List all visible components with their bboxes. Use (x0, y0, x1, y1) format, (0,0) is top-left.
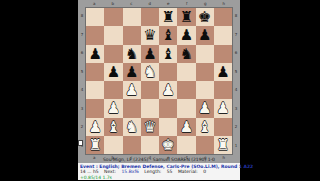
material-label: Material: (178, 169, 198, 174)
last-move: 14 ... h5 (80, 169, 99, 174)
file-label-f: f (178, 2, 197, 6)
square-c5[interactable]: ♟ (123, 63, 141, 81)
game-info-box: Event : English; Bremen Defense, Carls-P… (78, 163, 240, 180)
square-d5[interactable]: ♞ (141, 63, 159, 81)
square-e8[interactable]: ♜ (159, 8, 177, 26)
square-f1[interactable] (177, 136, 195, 154)
square-b7[interactable] (104, 26, 122, 44)
square-e2[interactable] (159, 118, 177, 136)
white-to-move-indicator (78, 140, 83, 146)
black-king-g8[interactable]: ♚ (196, 8, 214, 26)
rank-label-3: 3 (233, 107, 239, 111)
square-b8[interactable] (104, 8, 122, 26)
white-bishop-b2[interactable]: ♝ (104, 118, 122, 136)
white-knight-d5[interactable]: ♞ (141, 63, 159, 81)
white-pawn-h3[interactable]: ♟ (214, 99, 232, 117)
black-pawn-h5[interactable]: ♟ (214, 63, 232, 81)
square-c2[interactable]: ♞ (123, 118, 141, 136)
pillarbox-right (240, 0, 320, 180)
material-value: 0 (203, 169, 206, 174)
square-c6[interactable]: ♞ (123, 45, 141, 63)
square-d8[interactable] (141, 8, 159, 26)
square-e4[interactable]: ♟ (159, 81, 177, 99)
black-bishop-e6[interactable]: ♝ (159, 45, 177, 63)
black-knight-f6[interactable]: ♞ (177, 45, 195, 63)
white-bishop-g2[interactable]: ♝ (196, 118, 214, 136)
square-b3[interactable]: ♟ (104, 99, 122, 117)
file-labels-top: abcdefgh (85, 2, 233, 6)
square-g4[interactable] (196, 81, 214, 99)
square-e1[interactable]: ♚ (159, 136, 177, 154)
square-d4[interactable] (141, 81, 159, 99)
square-h6[interactable] (214, 45, 232, 63)
square-d2[interactable]: ♛ (141, 118, 159, 136)
white-pawn-a2[interactable]: ♟ (86, 118, 104, 136)
board-panel: abcdefgh abcdefgh 87654321 87654321 ♜♜♚♛… (78, 0, 240, 163)
square-c4[interactable]: ♟ (123, 81, 141, 99)
white-rook-h1[interactable]: ♜ (214, 136, 232, 154)
square-f3[interactable] (177, 99, 195, 117)
square-d6[interactable]: ♟ (141, 45, 159, 63)
white-rook-a1[interactable]: ♜ (86, 136, 104, 154)
square-a1[interactable]: ♜ (86, 136, 104, 154)
square-h2[interactable] (214, 118, 232, 136)
black-pawn-g7[interactable]: ♟ (196, 26, 214, 44)
square-c1[interactable] (123, 136, 141, 154)
square-g5[interactable] (196, 63, 214, 81)
square-b2[interactable]: ♝ (104, 118, 122, 136)
square-a7[interactable] (86, 26, 104, 44)
square-d1[interactable] (141, 136, 159, 154)
file-label-c: c (122, 2, 141, 6)
white-pawn-e4[interactable]: ♟ (159, 81, 177, 99)
black-pawn-d6[interactable]: ♟ (141, 45, 159, 63)
square-g1[interactable] (196, 136, 214, 154)
chess-board: ♜♜♚♛♝♟♟♟♞♟♝♞♟♟♞♟♟♟♟♟♟♟♝♞♛♟♝♜♚♜ (85, 7, 233, 155)
chess-gui: abcdefgh abcdefgh 87654321 87654321 ♜♜♚♛… (78, 0, 240, 180)
file-label-e: e (159, 2, 178, 6)
next-label: Next: (104, 169, 116, 174)
rank-label-4: 4 (233, 88, 239, 92)
square-b5[interactable]: ♟ (104, 63, 122, 81)
white-pawn-c4[interactable]: ♟ (123, 81, 141, 99)
square-h4[interactable] (214, 81, 232, 99)
rank-label-6: 6 (233, 51, 239, 55)
black-rook-e8[interactable]: ♜ (159, 8, 177, 26)
next-move: 15.Bxf6 (121, 169, 138, 174)
square-a8[interactable] (86, 8, 104, 26)
video-frame: abcdefgh abcdefgh 87654321 87654321 ♜♜♚♛… (0, 0, 320, 180)
black-pawn-c5[interactable]: ♟ (123, 63, 141, 81)
square-f7[interactable]: ♟ (177, 26, 195, 44)
square-g3[interactable]: ♟ (196, 99, 214, 117)
square-h1[interactable]: ♜ (214, 136, 232, 154)
square-e3[interactable] (159, 99, 177, 117)
square-a2[interactable]: ♟ (86, 118, 104, 136)
black-pawn-a6[interactable]: ♟ (86, 45, 104, 63)
square-h8[interactable] (214, 8, 232, 26)
file-label-a: a (85, 2, 104, 6)
square-e7[interactable]: ♝ (159, 26, 177, 44)
engine-eval-line: +0.85/14 1.7s (80, 175, 238, 181)
white-queen-d2[interactable]: ♛ (141, 118, 159, 136)
length-value: 55 (167, 169, 173, 174)
square-g7[interactable]: ♟ (196, 26, 214, 44)
square-a4[interactable] (86, 81, 104, 99)
square-a3[interactable] (86, 99, 104, 117)
square-f8[interactable]: ♜ (177, 8, 195, 26)
square-e5[interactable] (159, 63, 177, 81)
rank-label-2: 2 (233, 125, 239, 129)
square-c8[interactable] (123, 8, 141, 26)
white-pawn-b3[interactable]: ♟ (104, 99, 122, 117)
square-f2[interactable]: ♟ (177, 118, 195, 136)
pillarbox-left (0, 0, 78, 180)
file-label-b: b (104, 2, 123, 6)
players-caption: Sou-Mign, LF (2245) - Samuel SOAREN (219… (78, 156, 240, 163)
square-b1[interactable] (104, 136, 122, 154)
black-rook-f8[interactable]: ♜ (177, 8, 195, 26)
square-f4[interactable] (177, 81, 195, 99)
white-king-e1[interactable]: ♚ (159, 136, 177, 154)
square-g8[interactable]: ♚ (196, 8, 214, 26)
square-h7[interactable] (214, 26, 232, 44)
black-bishop-e7[interactable]: ♝ (159, 26, 177, 44)
square-f6[interactable]: ♞ (177, 45, 195, 63)
length-label: Length: (144, 169, 161, 174)
rank-label-8: 8 (233, 14, 239, 18)
square-b6[interactable] (104, 45, 122, 63)
white-pawn-g3[interactable]: ♟ (196, 99, 214, 117)
file-label-g: g (196, 2, 215, 6)
square-g6[interactable] (196, 45, 214, 63)
square-a5[interactable] (86, 63, 104, 81)
square-h3[interactable]: ♟ (214, 99, 232, 117)
white-pawn-f2[interactable]: ♟ (177, 118, 195, 136)
black-queen-d7[interactable]: ♛ (141, 26, 159, 44)
square-a6[interactable]: ♟ (86, 45, 104, 63)
file-label-h: h (215, 2, 234, 6)
black-pawn-f7[interactable]: ♟ (177, 26, 195, 44)
black-pawn-b5[interactable]: ♟ (104, 63, 122, 81)
square-d3[interactable] (141, 99, 159, 117)
square-g2[interactable]: ♝ (196, 118, 214, 136)
white-knight-c2[interactable]: ♞ (123, 118, 141, 136)
square-c7[interactable] (123, 26, 141, 44)
file-label-d: d (141, 2, 160, 6)
square-d7[interactable]: ♛ (141, 26, 159, 44)
square-f5[interactable] (177, 63, 195, 81)
rank-label-1: 1 (233, 144, 239, 148)
square-b4[interactable] (104, 81, 122, 99)
rank-label-5: 5 (233, 70, 239, 74)
square-e6[interactable]: ♝ (159, 45, 177, 63)
black-knight-c6[interactable]: ♞ (123, 45, 141, 63)
rank-label-7: 7 (233, 33, 239, 37)
square-c3[interactable] (123, 99, 141, 117)
square-h5[interactable]: ♟ (214, 63, 232, 81)
rank-labels-right: 87654321 (233, 7, 239, 155)
